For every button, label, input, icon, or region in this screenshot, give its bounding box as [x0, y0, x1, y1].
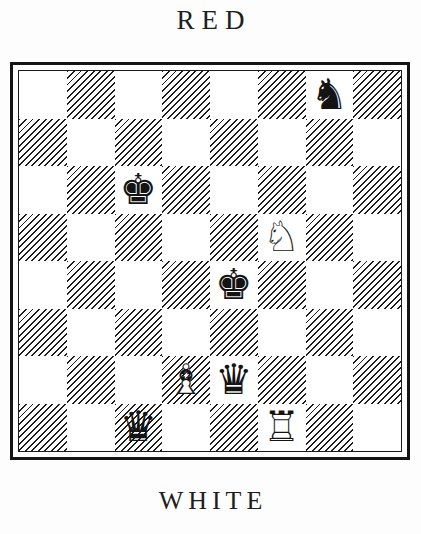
king-icon: ♚ [115, 166, 163, 214]
bishop-icon: ♗ [162, 356, 210, 404]
square-h3 [353, 309, 401, 357]
square-e6 [210, 166, 258, 214]
square-c7 [115, 119, 163, 167]
piece-white-bishop-d2: ♝♗ [162, 356, 210, 404]
square-f3 [258, 309, 306, 357]
square-h8 [353, 71, 401, 119]
square-d5 [162, 214, 210, 262]
square-g1 [306, 404, 354, 452]
square-g7 [306, 119, 354, 167]
book-page: RED ♞♚♞♘♚♝♗♛♛♜♖ WHITE [0, 0, 421, 534]
square-a5 [19, 214, 67, 262]
square-h6 [353, 166, 401, 214]
board-frame: ♞♚♞♘♚♝♗♛♛♜♖ [10, 62, 410, 460]
square-c3 [115, 309, 163, 357]
square-a8 [19, 71, 67, 119]
square-a3 [19, 309, 67, 357]
square-f5: ♞♘ [258, 214, 306, 262]
rook-icon: ♖ [258, 404, 306, 452]
square-h2 [353, 356, 401, 404]
square-d1 [162, 404, 210, 452]
square-b2 [67, 356, 115, 404]
square-e7 [210, 119, 258, 167]
square-a2 [19, 356, 67, 404]
square-h1 [353, 404, 401, 452]
square-c2 [115, 356, 163, 404]
white-side-label: WHITE [0, 486, 421, 516]
board-inner-border: ♞♚♞♘♚♝♗♛♛♜♖ [18, 70, 402, 452]
square-e4: ♚ [210, 261, 258, 309]
piece-red-king-e4: ♚ [210, 261, 258, 309]
square-c6: ♚ [115, 166, 163, 214]
square-f2 [258, 356, 306, 404]
square-h7 [353, 119, 401, 167]
square-e1 [210, 404, 258, 452]
piece-white-rook-f1: ♜♖ [258, 404, 306, 452]
piece-red-queen-e2: ♛ [210, 356, 258, 404]
square-a1 [19, 404, 67, 452]
square-b8 [67, 71, 115, 119]
square-d6 [162, 166, 210, 214]
square-c4 [115, 261, 163, 309]
square-f4 [258, 261, 306, 309]
piece-red-knight-g8: ♞ [306, 71, 354, 119]
square-e2: ♛ [210, 356, 258, 404]
square-e3 [210, 309, 258, 357]
square-g4 [306, 261, 354, 309]
square-d3 [162, 309, 210, 357]
square-b7 [67, 119, 115, 167]
square-b6 [67, 166, 115, 214]
square-g8: ♞ [306, 71, 354, 119]
square-g2 [306, 356, 354, 404]
square-f8 [258, 71, 306, 119]
square-f7 [258, 119, 306, 167]
square-d8 [162, 71, 210, 119]
square-c5 [115, 214, 163, 262]
square-f6 [258, 166, 306, 214]
square-h4 [353, 261, 401, 309]
board-grid: ♞♚♞♘♚♝♗♛♛♜♖ [19, 71, 401, 451]
square-a6 [19, 166, 67, 214]
square-d2: ♝♗ [162, 356, 210, 404]
square-g6 [306, 166, 354, 214]
queen-icon: ♛ [210, 356, 258, 404]
square-b1 [67, 404, 115, 452]
square-c1: ♛ [115, 404, 163, 452]
piece-white-knight-f5: ♞♘ [258, 214, 306, 262]
square-f1: ♜♖ [258, 404, 306, 452]
square-b3 [67, 309, 115, 357]
square-g5 [306, 214, 354, 262]
queen-icon: ♛ [115, 404, 163, 452]
square-b5 [67, 214, 115, 262]
square-c8 [115, 71, 163, 119]
square-e8 [210, 71, 258, 119]
red-side-label: RED [0, 5, 421, 36]
square-h5 [353, 214, 401, 262]
knight-icon: ♘ [258, 214, 306, 262]
square-d7 [162, 119, 210, 167]
square-e5 [210, 214, 258, 262]
square-a7 [19, 119, 67, 167]
piece-red-king-c6: ♚ [115, 166, 163, 214]
knight-icon: ♞ [306, 71, 354, 119]
square-g3 [306, 309, 354, 357]
piece-red-queen-c1: ♛ [115, 404, 163, 452]
square-b4 [67, 261, 115, 309]
king-icon: ♚ [210, 261, 258, 309]
square-d4 [162, 261, 210, 309]
square-a4 [19, 261, 67, 309]
